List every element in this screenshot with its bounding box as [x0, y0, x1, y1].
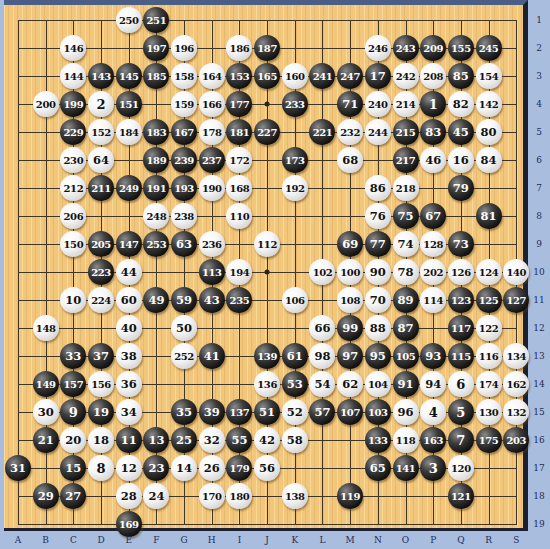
stone-R5[interactable]: 80 [476, 119, 502, 145]
stone-D7[interactable]: 211 [88, 175, 114, 201]
stone-P5[interactable]: 83 [420, 119, 446, 145]
stone-C17[interactable]: 15 [60, 455, 86, 481]
stone-M3[interactable]: 247 [337, 63, 363, 89]
stone-Q2[interactable]: 155 [448, 35, 474, 61]
stone-B4[interactable]: 200 [33, 91, 59, 117]
stone-C6[interactable]: 230 [60, 147, 86, 173]
stone-Q18[interactable]: 121 [448, 483, 474, 509]
stone-F8[interactable]: 248 [143, 203, 169, 229]
stone-P2[interactable]: 209 [420, 35, 446, 61]
stone-K4[interactable]: 233 [282, 91, 308, 117]
row-label-7: 7 [536, 183, 542, 193]
stone-L15[interactable]: 57 [309, 399, 335, 425]
stone-G16[interactable]: 25 [171, 427, 197, 453]
stone-Q15[interactable]: 5 [448, 399, 474, 425]
stone-G7[interactable]: 193 [171, 175, 197, 201]
stone-A17[interactable]: 31 [5, 455, 31, 481]
stone-F9[interactable]: 253 [143, 231, 169, 257]
stone-D10[interactable]: 223 [88, 259, 114, 285]
stone-F11[interactable]: 49 [143, 287, 169, 313]
stone-M14[interactable]: 62 [337, 371, 363, 397]
stone-K3[interactable]: 160 [282, 63, 308, 89]
column-label-E: E [125, 535, 132, 545]
stone-S16[interactable]: 203 [503, 427, 529, 453]
stone-G9[interactable]: 63 [171, 231, 197, 257]
stone-N15[interactable]: 103 [365, 399, 391, 425]
stone-D11[interactable]: 224 [88, 287, 114, 313]
stone-E12[interactable]: 40 [116, 315, 142, 341]
row-label-19: 19 [533, 519, 544, 529]
stone-E4[interactable]: 151 [116, 91, 142, 117]
row-label-9: 9 [536, 239, 542, 249]
column-label-M: M [346, 535, 355, 545]
column-label-J: J [265, 535, 269, 545]
column-label-H: H [208, 535, 216, 545]
grid-line-horizontal [18, 524, 517, 525]
stone-R6[interactable]: 84 [476, 147, 502, 173]
stone-N4[interactable]: 240 [365, 91, 391, 117]
stone-F2[interactable]: 197 [143, 35, 169, 61]
row-label-17: 17 [533, 463, 544, 473]
stone-R8[interactable]: 81 [476, 203, 502, 229]
stone-H13[interactable]: 41 [199, 343, 225, 369]
stone-G2[interactable]: 196 [171, 35, 197, 61]
row-label-2: 2 [536, 43, 542, 53]
stone-H4[interactable]: 166 [199, 91, 225, 117]
stone-H17[interactable]: 26 [199, 455, 225, 481]
stone-F7[interactable]: 191 [143, 175, 169, 201]
stone-E5[interactable]: 184 [116, 119, 142, 145]
stone-P4[interactable]: 1 [420, 91, 446, 117]
stone-F16[interactable]: 13 [143, 427, 169, 453]
stone-O14[interactable]: 91 [393, 371, 419, 397]
stone-I5[interactable]: 181 [226, 119, 252, 145]
stone-N8[interactable]: 76 [365, 203, 391, 229]
stone-H15[interactable]: 39 [199, 399, 225, 425]
stone-J2[interactable]: 187 [254, 35, 280, 61]
column-label-R: R [485, 535, 492, 545]
stone-M5[interactable]: 232 [337, 119, 363, 145]
stone-M12[interactable]: 99 [337, 315, 363, 341]
stone-O10[interactable]: 78 [393, 259, 419, 285]
stone-Q4[interactable]: 82 [448, 91, 474, 117]
stone-O15[interactable]: 96 [393, 399, 419, 425]
stone-I3[interactable]: 153 [226, 63, 252, 89]
stone-H3[interactable]: 164 [199, 63, 225, 89]
stone-C13[interactable]: 33 [60, 343, 86, 369]
row-label-14: 14 [533, 379, 544, 389]
stone-K16[interactable]: 58 [282, 427, 308, 453]
stone-H11[interactable]: 43 [199, 287, 225, 313]
column-label-K: K [291, 535, 298, 545]
stone-C4[interactable]: 199 [60, 91, 86, 117]
stone-I7[interactable]: 168 [226, 175, 252, 201]
stone-R2[interactable]: 245 [476, 35, 502, 61]
stone-P6[interactable]: 46 [420, 147, 446, 173]
stone-F18[interactable]: 24 [143, 483, 169, 509]
stone-H10[interactable]: 113 [199, 259, 225, 285]
stone-P11[interactable]: 114 [420, 287, 446, 313]
stone-G13[interactable]: 252 [171, 343, 197, 369]
stone-F5[interactable]: 183 [143, 119, 169, 145]
column-label-B: B [42, 535, 49, 545]
stone-E19[interactable]: 169 [116, 511, 142, 537]
stone-N10[interactable]: 90 [365, 259, 391, 285]
stone-O13[interactable]: 105 [393, 343, 419, 369]
stone-I11[interactable]: 235 [226, 287, 252, 313]
stone-N17[interactable]: 65 [365, 455, 391, 481]
stone-H16[interactable]: 32 [199, 427, 225, 453]
stone-E1[interactable]: 250 [116, 7, 142, 33]
stone-L12[interactable]: 66 [309, 315, 335, 341]
stone-H18[interactable]: 170 [199, 483, 225, 509]
stone-O17[interactable]: 141 [393, 455, 419, 481]
stone-O8[interactable]: 75 [393, 203, 419, 229]
star-point [265, 270, 270, 275]
stone-L5[interactable]: 221 [309, 119, 335, 145]
stone-E13[interactable]: 38 [116, 343, 142, 369]
stone-D6[interactable]: 64 [88, 147, 114, 173]
stone-C18[interactable]: 27 [60, 483, 86, 509]
stone-F6[interactable]: 189 [143, 147, 169, 173]
row-label-6: 6 [536, 155, 542, 165]
stone-B14[interactable]: 149 [33, 371, 59, 397]
stone-K18[interactable]: 138 [282, 483, 308, 509]
stone-D3[interactable]: 143 [88, 63, 114, 89]
stone-E18[interactable]: 28 [116, 483, 142, 509]
stone-S13[interactable]: 134 [503, 343, 529, 369]
stone-P8[interactable]: 67 [420, 203, 446, 229]
stone-C5[interactable]: 229 [60, 119, 86, 145]
stone-E7[interactable]: 249 [116, 175, 142, 201]
stone-P10[interactable]: 202 [420, 259, 446, 285]
stone-P16[interactable]: 163 [420, 427, 446, 453]
stone-J13[interactable]: 139 [254, 343, 280, 369]
row-label-11: 11 [533, 295, 544, 305]
stone-K13[interactable]: 61 [282, 343, 308, 369]
stone-M10[interactable]: 100 [337, 259, 363, 285]
stone-R11[interactable]: 125 [476, 287, 502, 313]
stone-L14[interactable]: 54 [309, 371, 335, 397]
stone-Q14[interactable]: 6 [448, 371, 474, 397]
stone-Q16[interactable]: 7 [448, 427, 474, 453]
stone-J14[interactable]: 136 [254, 371, 280, 397]
stone-O4[interactable]: 214 [393, 91, 419, 117]
stone-C2[interactable]: 146 [60, 35, 86, 61]
stone-M18[interactable]: 119 [337, 483, 363, 509]
column-label-O: O [402, 535, 409, 545]
stone-P14[interactable]: 94 [420, 371, 446, 397]
column-label-N: N [374, 535, 382, 545]
grid-line-horizontal [18, 496, 517, 497]
stone-M9[interactable]: 69 [337, 231, 363, 257]
stone-J3[interactable]: 165 [254, 63, 280, 89]
stone-G15[interactable]: 35 [171, 399, 197, 425]
stone-O12[interactable]: 87 [393, 315, 419, 341]
row-label-10: 10 [533, 267, 544, 277]
stone-D5[interactable]: 152 [88, 119, 114, 145]
stone-R3[interactable]: 154 [476, 63, 502, 89]
stone-M13[interactable]: 97 [337, 343, 363, 369]
stone-Q12[interactable]: 117 [448, 315, 474, 341]
stone-N5[interactable]: 244 [365, 119, 391, 145]
stone-H7[interactable]: 190 [199, 175, 225, 201]
stone-L13[interactable]: 98 [309, 343, 335, 369]
stone-D9[interactable]: 205 [88, 231, 114, 257]
column-label-Q: Q [457, 535, 464, 545]
stone-Q10[interactable]: 126 [448, 259, 474, 285]
stone-O6[interactable]: 217 [393, 147, 419, 173]
row-label-12: 12 [533, 323, 544, 333]
stone-C3[interactable]: 144 [60, 63, 86, 89]
column-label-F: F [153, 535, 159, 545]
stone-I16[interactable]: 55 [226, 427, 252, 453]
stone-I15[interactable]: 137 [226, 399, 252, 425]
stone-E10[interactable]: 44 [116, 259, 142, 285]
stone-G4[interactable]: 159 [171, 91, 197, 117]
row-label-13: 13 [533, 351, 544, 361]
stone-M4[interactable]: 71 [337, 91, 363, 117]
stone-C15[interactable]: 9 [60, 399, 86, 425]
row-label-8: 8 [536, 211, 542, 221]
stone-R4[interactable]: 142 [476, 91, 502, 117]
stone-P17[interactable]: 3 [420, 455, 446, 481]
stone-N7[interactable]: 86 [365, 175, 391, 201]
stone-M15[interactable]: 107 [337, 399, 363, 425]
stone-G17[interactable]: 14 [171, 455, 197, 481]
stone-O3[interactable]: 242 [393, 63, 419, 89]
stone-S15[interactable]: 132 [503, 399, 529, 425]
stone-Q13[interactable]: 115 [448, 343, 474, 369]
stone-E14[interactable]: 36 [116, 371, 142, 397]
go-board[interactable]: 2502511461971961861872462432091552451441… [4, 0, 528, 531]
stone-I4[interactable]: 177 [226, 91, 252, 117]
stone-B18[interactable]: 29 [33, 483, 59, 509]
row-label-15: 15 [533, 407, 544, 417]
stone-I10[interactable]: 194 [226, 259, 252, 285]
star-point [265, 102, 270, 107]
stone-R14[interactable]: 174 [476, 371, 502, 397]
stone-D13[interactable]: 37 [88, 343, 114, 369]
stone-O2[interactable]: 243 [393, 35, 419, 61]
stone-K14[interactable]: 53 [282, 371, 308, 397]
stone-E17[interactable]: 12 [116, 455, 142, 481]
stone-K6[interactable]: 173 [282, 147, 308, 173]
stone-G6[interactable]: 239 [171, 147, 197, 173]
stone-S10[interactable]: 140 [503, 259, 529, 285]
stone-I2[interactable]: 186 [226, 35, 252, 61]
stone-J16[interactable]: 42 [254, 427, 280, 453]
stone-L10[interactable]: 102 [309, 259, 335, 285]
stone-I6[interactable]: 172 [226, 147, 252, 173]
stone-C8[interactable]: 206 [60, 203, 86, 229]
stone-N16[interactable]: 133 [365, 427, 391, 453]
stone-Q11[interactable]: 123 [448, 287, 474, 313]
stone-O11[interactable]: 89 [393, 287, 419, 313]
column-label-C: C [70, 535, 77, 545]
stone-B16[interactable]: 21 [33, 427, 59, 453]
row-label-5: 5 [536, 127, 542, 137]
stone-N9[interactable]: 77 [365, 231, 391, 257]
go-app-window: 2502511461971961861872462432091552451441… [0, 0, 550, 549]
stone-J15[interactable]: 51 [254, 399, 280, 425]
stone-P3[interactable]: 208 [420, 63, 446, 89]
stone-Q5[interactable]: 45 [448, 119, 474, 145]
stone-E15[interactable]: 34 [116, 399, 142, 425]
column-label-L: L [319, 535, 325, 545]
stone-D4[interactable]: 2 [88, 91, 114, 117]
stone-G5[interactable]: 167 [171, 119, 197, 145]
stone-P9[interactable]: 128 [420, 231, 446, 257]
stone-M11[interactable]: 108 [337, 287, 363, 313]
stone-N3[interactable]: 17 [365, 63, 391, 89]
stone-O16[interactable]: 118 [393, 427, 419, 453]
stone-N11[interactable]: 70 [365, 287, 391, 313]
stone-D14[interactable]: 156 [88, 371, 114, 397]
stone-G8[interactable]: 238 [171, 203, 197, 229]
stone-J9[interactable]: 112 [254, 231, 280, 257]
row-label-16: 16 [533, 435, 544, 445]
stone-E3[interactable]: 145 [116, 63, 142, 89]
stone-F1[interactable]: 251 [143, 7, 169, 33]
stone-R13[interactable]: 116 [476, 343, 502, 369]
stone-M6[interactable]: 68 [337, 147, 363, 173]
stone-I17[interactable]: 179 [226, 455, 252, 481]
stone-C16[interactable]: 20 [60, 427, 86, 453]
stone-Q3[interactable]: 85 [448, 63, 474, 89]
stone-H5[interactable]: 178 [199, 119, 225, 145]
stone-E11[interactable]: 60 [116, 287, 142, 313]
stone-C7[interactable]: 212 [60, 175, 86, 201]
stone-I18[interactable]: 180 [226, 483, 252, 509]
row-label-3: 3 [536, 71, 542, 81]
stone-C14[interactable]: 157 [60, 371, 86, 397]
column-label-G: G [180, 535, 187, 545]
stone-R15[interactable]: 130 [476, 399, 502, 425]
stone-R10[interactable]: 124 [476, 259, 502, 285]
stone-N13[interactable]: 95 [365, 343, 391, 369]
stone-F17[interactable]: 23 [143, 455, 169, 481]
stone-G3[interactable]: 158 [171, 63, 197, 89]
stone-R12[interactable]: 122 [476, 315, 502, 341]
stone-S14[interactable]: 162 [503, 371, 529, 397]
stone-Q9[interactable]: 73 [448, 231, 474, 257]
stone-N12[interactable]: 88 [365, 315, 391, 341]
stone-C11[interactable]: 10 [60, 287, 86, 313]
row-label-18: 18 [533, 491, 544, 501]
column-label-P: P [430, 535, 436, 545]
stone-Q6[interactable]: 16 [448, 147, 474, 173]
stone-J17[interactable]: 56 [254, 455, 280, 481]
row-label-1: 1 [536, 15, 542, 25]
stone-G11[interactable]: 59 [171, 287, 197, 313]
column-label-I: I [238, 535, 242, 545]
column-label-D: D [97, 535, 104, 545]
stone-D15[interactable]: 19 [88, 399, 114, 425]
stone-E16[interactable]: 11 [116, 427, 142, 453]
stone-C9[interactable]: 150 [60, 231, 86, 257]
stone-B15[interactable]: 30 [33, 399, 59, 425]
stone-H6[interactable]: 237 [199, 147, 225, 173]
column-label-S: S [513, 535, 519, 545]
stone-D16[interactable]: 18 [88, 427, 114, 453]
stone-O7[interactable]: 218 [393, 175, 419, 201]
stone-N14[interactable]: 104 [365, 371, 391, 397]
stone-F3[interactable]: 185 [143, 63, 169, 89]
stone-K15[interactable]: 52 [282, 399, 308, 425]
stone-H9[interactable]: 236 [199, 231, 225, 257]
stone-N2[interactable]: 246 [365, 35, 391, 61]
row-label-4: 4 [536, 99, 542, 109]
stone-E9[interactable]: 147 [116, 231, 142, 257]
stone-K11[interactable]: 106 [282, 287, 308, 313]
stone-Q7[interactable]: 79 [448, 175, 474, 201]
column-label-A: A [15, 535, 22, 545]
stone-O9[interactable]: 74 [393, 231, 419, 257]
stone-K7[interactable]: 192 [282, 175, 308, 201]
stone-L3[interactable]: 241 [309, 63, 335, 89]
stone-B12[interactable]: 148 [33, 315, 59, 341]
stone-R16[interactable]: 175 [476, 427, 502, 453]
stone-S11[interactable]: 127 [503, 287, 529, 313]
stone-Q17[interactable]: 120 [448, 455, 474, 481]
stone-D17[interactable]: 8 [88, 455, 114, 481]
stone-O5[interactable]: 215 [393, 119, 419, 145]
stone-P15[interactable]: 4 [420, 399, 446, 425]
stone-J5[interactable]: 227 [254, 119, 280, 145]
stone-I8[interactable]: 110 [226, 203, 252, 229]
stone-P13[interactable]: 93 [420, 343, 446, 369]
grid-line-horizontal [18, 328, 517, 329]
stone-G12[interactable]: 50 [171, 315, 197, 341]
